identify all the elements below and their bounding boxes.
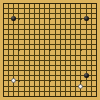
star-point — [49, 80, 51, 82]
board-intersection[interactable] — [94, 94, 99, 99]
star-point — [49, 18, 51, 20]
star-point — [18, 18, 20, 20]
star-point — [80, 49, 82, 51]
star-point — [18, 80, 20, 82]
star-point — [18, 49, 20, 51]
star-point — [49, 49, 51, 51]
star-point — [80, 18, 82, 20]
go-board — [0, 0, 100, 100]
go-intersection-grid — [1, 1, 99, 99]
black-stone-R5 — [84, 73, 89, 78]
star-point — [80, 80, 82, 82]
